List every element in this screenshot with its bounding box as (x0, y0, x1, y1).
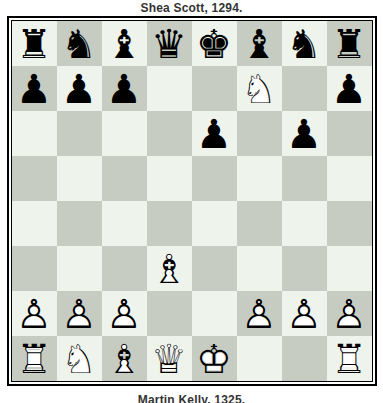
black-pawn-icon: ♟ (57, 66, 102, 111)
black-rook-icon: ♜ (327, 21, 372, 66)
square-f1[interactable] (237, 336, 282, 381)
player-top-label: Shea Scott, 1294. (0, 0, 383, 15)
white-queen-icon: ♕ (147, 336, 192, 381)
white-pawn-icon: ♙ (327, 291, 372, 336)
black-pawn-icon: ♟ (282, 111, 327, 156)
square-a1[interactable]: ♜♖ (12, 336, 57, 381)
square-b7[interactable]: ♟ (57, 66, 102, 111)
white-pawn-fill: ♟ (237, 291, 282, 336)
square-f4[interactable] (237, 201, 282, 246)
white-bishop-icon: ♗ (102, 336, 147, 381)
chess-diagram-page: Shea Scott, 1294. ♜♞♝♛♚♝♞♜♟♟♟♞♘♟♟♟♝♗♟♙♟♙… (0, 0, 383, 403)
white-king-fill: ♚ (192, 336, 237, 381)
white-bishop-fill: ♝ (102, 336, 147, 381)
square-g7[interactable] (282, 66, 327, 111)
square-a7[interactable]: ♟ (12, 66, 57, 111)
square-d5[interactable] (147, 156, 192, 201)
square-h5[interactable] (327, 156, 372, 201)
square-g1[interactable] (282, 336, 327, 381)
square-d3[interactable]: ♝♗ (147, 246, 192, 291)
square-d2[interactable] (147, 291, 192, 336)
square-f5[interactable] (237, 156, 282, 201)
square-h8[interactable]: ♜ (327, 21, 372, 66)
square-e5[interactable] (192, 156, 237, 201)
white-pawn-fill: ♟ (102, 291, 147, 336)
square-f2[interactable]: ♟♙ (237, 291, 282, 336)
square-g6[interactable]: ♟ (282, 111, 327, 156)
square-d6[interactable] (147, 111, 192, 156)
square-a6[interactable] (12, 111, 57, 156)
black-pawn-icon: ♟ (102, 66, 147, 111)
white-rook-icon: ♖ (12, 336, 57, 381)
white-knight-icon: ♘ (237, 66, 282, 111)
square-c3[interactable] (102, 246, 147, 291)
square-a2[interactable]: ♟♙ (12, 291, 57, 336)
white-knight-fill: ♞ (57, 336, 102, 381)
white-pawn-icon: ♙ (282, 291, 327, 336)
white-pawn-fill: ♟ (57, 291, 102, 336)
white-bishop-fill: ♝ (147, 246, 192, 291)
black-rook-icon: ♜ (12, 21, 57, 66)
square-c8[interactable]: ♝ (102, 21, 147, 66)
square-b5[interactable] (57, 156, 102, 201)
square-f7[interactable]: ♞♘ (237, 66, 282, 111)
square-g5[interactable] (282, 156, 327, 201)
black-pawn-icon: ♟ (192, 111, 237, 156)
black-queen-icon: ♛ (147, 21, 192, 66)
square-g8[interactable]: ♞ (282, 21, 327, 66)
square-c2[interactable]: ♟♙ (102, 291, 147, 336)
square-d1[interactable]: ♛♕ (147, 336, 192, 381)
square-e2[interactable] (192, 291, 237, 336)
white-pawn-icon: ♙ (12, 291, 57, 336)
square-e1[interactable]: ♚♔ (192, 336, 237, 381)
white-knight-fill: ♞ (237, 66, 282, 111)
chess-board: ♜♞♝♛♚♝♞♜♟♟♟♞♘♟♟♟♝♗♟♙♟♙♟♙♟♙♟♙♟♙♜♖♞♘♝♗♛♕♚♔… (11, 20, 373, 382)
white-rook-icon: ♖ (327, 336, 372, 381)
white-knight-icon: ♘ (57, 336, 102, 381)
square-e7[interactable] (192, 66, 237, 111)
square-c5[interactable] (102, 156, 147, 201)
black-pawn-icon: ♟ (327, 66, 372, 111)
square-c1[interactable]: ♝♗ (102, 336, 147, 381)
square-h3[interactable] (327, 246, 372, 291)
white-pawn-fill: ♟ (12, 291, 57, 336)
square-g3[interactable] (282, 246, 327, 291)
square-b3[interactable] (57, 246, 102, 291)
square-b4[interactable] (57, 201, 102, 246)
square-a4[interactable] (12, 201, 57, 246)
square-h2[interactable]: ♟♙ (327, 291, 372, 336)
black-bishop-icon: ♝ (237, 21, 282, 66)
square-f3[interactable] (237, 246, 282, 291)
square-f8[interactable]: ♝ (237, 21, 282, 66)
square-f6[interactable] (237, 111, 282, 156)
square-c7[interactable]: ♟ (102, 66, 147, 111)
white-bishop-icon: ♗ (147, 246, 192, 291)
square-g2[interactable]: ♟♙ (282, 291, 327, 336)
square-b1[interactable]: ♞♘ (57, 336, 102, 381)
black-king-icon: ♚ (192, 21, 237, 66)
white-king-icon: ♔ (192, 336, 237, 381)
white-rook-fill: ♜ (12, 336, 57, 381)
square-a3[interactable] (12, 246, 57, 291)
square-e6[interactable]: ♟ (192, 111, 237, 156)
square-d8[interactable]: ♛ (147, 21, 192, 66)
white-pawn-icon: ♙ (237, 291, 282, 336)
chess-board-border: ♜♞♝♛♚♝♞♜♟♟♟♞♘♟♟♟♝♗♟♙♟♙♟♙♟♙♟♙♟♙♜♖♞♘♝♗♛♕♚♔… (7, 16, 377, 386)
white-queen-fill: ♛ (147, 336, 192, 381)
square-h7[interactable]: ♟ (327, 66, 372, 111)
black-pawn-icon: ♟ (12, 66, 57, 111)
square-h4[interactable] (327, 201, 372, 246)
square-b6[interactable] (57, 111, 102, 156)
white-rook-fill: ♜ (327, 336, 372, 381)
square-e8[interactable]: ♚ (192, 21, 237, 66)
white-pawn-icon: ♙ (102, 291, 147, 336)
square-e3[interactable] (192, 246, 237, 291)
square-h6[interactable] (327, 111, 372, 156)
square-e4[interactable] (192, 201, 237, 246)
square-a5[interactable] (12, 156, 57, 201)
square-a8[interactable]: ♜ (12, 21, 57, 66)
square-c4[interactable] (102, 201, 147, 246)
white-pawn-fill: ♟ (327, 291, 372, 336)
white-pawn-fill: ♟ (282, 291, 327, 336)
square-g4[interactable] (282, 201, 327, 246)
square-h1[interactable]: ♜♖ (327, 336, 372, 381)
black-bishop-icon: ♝ (102, 21, 147, 66)
white-pawn-icon: ♙ (57, 291, 102, 336)
square-b2[interactable]: ♟♙ (57, 291, 102, 336)
black-knight-icon: ♞ (57, 21, 102, 66)
player-bottom-label: Martin Kelly, 1325. (0, 393, 383, 403)
black-knight-icon: ♞ (282, 21, 327, 66)
square-d4[interactable] (147, 201, 192, 246)
square-b8[interactable]: ♞ (57, 21, 102, 66)
square-c6[interactable] (102, 111, 147, 156)
square-d7[interactable] (147, 66, 192, 111)
